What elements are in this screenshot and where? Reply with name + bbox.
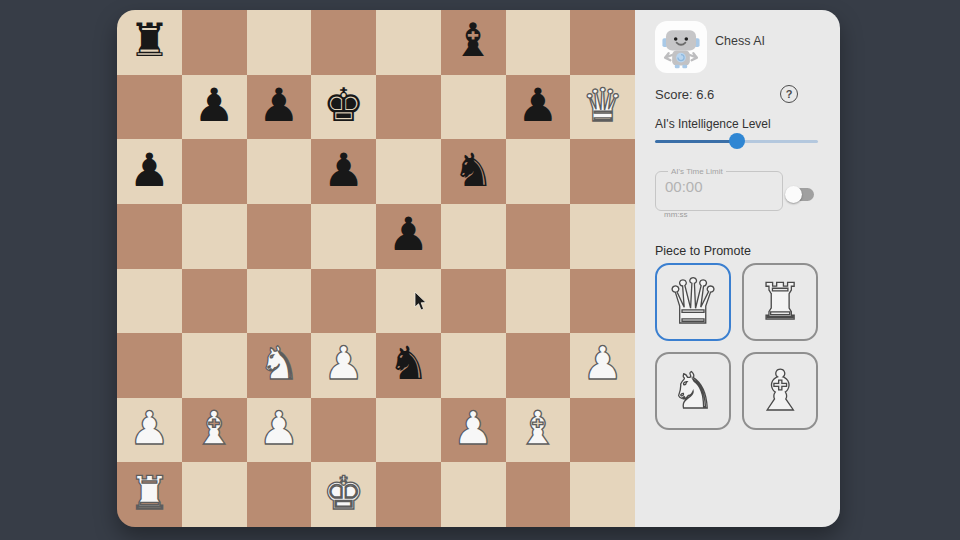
square-b8[interactable] [182,10,247,75]
promote-options-grid: ♛ ♜ ♞ ♝ [655,263,818,430]
piece-black-pawn[interactable]: ♟ [129,147,170,193]
slider-thumb[interactable] [729,133,745,149]
chess-app-card: ♜♝♟♟♚♟♛♟♟♞♟♞♟♞♟♟♝♟♟♝♜♚ Chess AI Score: 6… [117,10,840,527]
square-d6[interactable]: ♟ [311,139,376,204]
square-f3[interactable] [441,333,506,398]
bishop-icon: ♝ [755,363,805,419]
rook-icon: ♜ [758,277,803,327]
piece-black-pawn[interactable]: ♟ [258,82,299,128]
chess-board[interactable]: ♜♝♟♟♚♟♛♟♟♞♟♞♟♞♟♟♝♟♟♝♜♚ [117,10,635,527]
square-e8[interactable] [376,10,441,75]
square-a8[interactable]: ♜ [117,10,182,75]
sidebar: Chess AI Score: 6.6 ? AI's Intelligence … [635,10,840,527]
square-a6[interactable]: ♟ [117,139,182,204]
slider-track-filled [655,140,737,143]
piece-to-promote-label: Piece to Promote [655,244,751,258]
square-f1[interactable] [441,462,506,527]
piece-white-knight[interactable]: ♞ [258,340,299,386]
time-format-hint: mm:ss [664,210,688,219]
piece-white-pawn[interactable]: ♟ [453,405,494,451]
piece-black-rook[interactable]: ♜ [129,17,170,63]
piece-white-pawn[interactable]: ♟ [582,340,623,386]
promote-rook-button[interactable]: ♜ [742,263,818,341]
square-f5[interactable] [441,204,506,269]
square-b6[interactable] [182,139,247,204]
square-c7[interactable]: ♟ [247,75,312,140]
piece-black-knight[interactable]: ♞ [388,340,429,386]
square-g8[interactable] [506,10,571,75]
square-c3[interactable]: ♞ [247,333,312,398]
square-g7[interactable]: ♟ [506,75,571,140]
square-g3[interactable] [506,333,571,398]
square-a1[interactable]: ♜ [117,462,182,527]
intelligence-level-label: AI's Intelligence Level [655,117,771,131]
square-b1[interactable] [182,462,247,527]
piece-white-bishop[interactable]: ♝ [194,405,235,451]
square-e6[interactable] [376,139,441,204]
square-h5[interactable] [570,204,635,269]
square-h3[interactable]: ♟ [570,333,635,398]
square-d3[interactable]: ♟ [311,333,376,398]
square-f4[interactable] [441,269,506,334]
promote-bishop-button[interactable]: ♝ [742,352,818,430]
slider-track-rest [737,140,819,143]
square-f6[interactable]: ♞ [441,139,506,204]
square-b4[interactable] [182,269,247,334]
piece-white-pawn[interactable]: ♟ [129,405,170,451]
square-a2[interactable]: ♟ [117,398,182,463]
square-c1[interactable] [247,462,312,527]
piece-black-king[interactable]: ♚ [323,82,364,128]
square-h4[interactable] [570,269,635,334]
queen-icon: ♛ [665,271,721,333]
square-e2[interactable] [376,398,441,463]
piece-white-pawn[interactable]: ♟ [258,405,299,451]
time-limit-input[interactable]: 00:00 [665,178,782,195]
intelligence-slider[interactable] [655,133,818,149]
score-text: Score: 6.6 [655,87,714,102]
square-g4[interactable] [506,269,571,334]
square-g5[interactable] [506,204,571,269]
piece-black-pawn[interactable]: ♟ [517,82,558,128]
square-a5[interactable] [117,204,182,269]
piece-black-pawn[interactable]: ♟ [323,147,364,193]
square-f2[interactable]: ♟ [441,398,506,463]
square-c4[interactable] [247,269,312,334]
square-c2[interactable]: ♟ [247,398,312,463]
time-limit-toggle[interactable] [787,188,814,201]
square-e1[interactable] [376,462,441,527]
square-d1[interactable]: ♚ [311,462,376,527]
square-d8[interactable] [311,10,376,75]
help-icon[interactable]: ? [780,85,798,103]
piece-white-bishop[interactable]: ♝ [517,405,558,451]
square-a7[interactable] [117,75,182,140]
knight-icon: ♞ [671,366,716,416]
square-b5[interactable] [182,204,247,269]
piece-white-pawn[interactable]: ♟ [323,340,364,386]
piece-black-pawn[interactable]: ♟ [194,82,235,128]
piece-black-bishop[interactable]: ♝ [453,17,494,63]
square-c8[interactable] [247,10,312,75]
square-c5[interactable] [247,204,312,269]
square-g2[interactable]: ♝ [506,398,571,463]
app-title: Chess AI [715,34,765,48]
piece-white-king[interactable]: ♚ [323,470,364,516]
promote-knight-button[interactable]: ♞ [655,352,731,430]
robot-avatar [655,21,707,73]
robot-icon [658,24,704,70]
square-d7[interactable]: ♚ [311,75,376,140]
square-g6[interactable] [506,139,571,204]
square-d4[interactable] [311,269,376,334]
time-limit-fieldset: AI's Time Limit 00:00 [655,167,783,211]
square-d2[interactable] [311,398,376,463]
square-f7[interactable] [441,75,506,140]
square-f8[interactable]: ♝ [441,10,506,75]
square-g1[interactable] [506,462,571,527]
piece-black-pawn[interactable]: ♟ [388,211,429,257]
square-d5[interactable] [311,204,376,269]
square-a3[interactable] [117,333,182,398]
square-b3[interactable] [182,333,247,398]
square-a4[interactable] [117,269,182,334]
square-h8[interactable] [570,10,635,75]
square-e7[interactable] [376,75,441,140]
square-h7[interactable]: ♛ [570,75,635,140]
time-limit-legend: AI's Time Limit [668,167,726,176]
toggle-knob [785,186,802,203]
square-b7[interactable]: ♟ [182,75,247,140]
square-e4[interactable] [376,269,441,334]
square-h6[interactable] [570,139,635,204]
square-e5[interactable]: ♟ [376,204,441,269]
square-c6[interactable] [247,139,312,204]
square-h2[interactable] [570,398,635,463]
square-b2[interactable]: ♝ [182,398,247,463]
square-e3[interactable]: ♞ [376,333,441,398]
piece-white-rook[interactable]: ♜ [129,470,170,516]
piece-black-knight[interactable]: ♞ [453,147,494,193]
promote-queen-button[interactable]: ♛ [655,263,731,341]
square-h1[interactable] [570,462,635,527]
piece-white-queen[interactable]: ♛ [582,82,623,128]
